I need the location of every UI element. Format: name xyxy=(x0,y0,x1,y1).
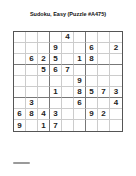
cell-r4c9[interactable] xyxy=(110,65,122,76)
cell-r6c8[interactable]: 7 xyxy=(98,87,110,98)
cell-r8c8[interactable]: 2 xyxy=(98,109,110,120)
cell-r3c3[interactable]: 2 xyxy=(38,54,50,65)
cell-r4c3[interactable]: 5 xyxy=(38,65,50,76)
cell-r9c1[interactable]: 9 xyxy=(14,120,26,131)
cell-r2c8[interactable] xyxy=(98,43,110,54)
cell-r1c7[interactable] xyxy=(86,32,98,43)
cell-r8c2[interactable]: 8 xyxy=(26,109,38,120)
cell-r6c4[interactable]: 1 xyxy=(50,87,62,98)
cell-r7c5[interactable] xyxy=(62,98,74,109)
cell-r1c1[interactable] xyxy=(14,32,26,43)
sudoku-grid: 496262518567918573364684392917 xyxy=(13,31,123,132)
cell-r3c4[interactable]: 5 xyxy=(50,54,62,65)
cell-r2c4[interactable]: 9 xyxy=(50,43,62,54)
cell-r2c9[interactable]: 2 xyxy=(110,43,122,54)
cell-r3c7[interactable]: 8 xyxy=(86,54,98,65)
cell-r9c9[interactable] xyxy=(110,120,122,131)
cell-r8c9[interactable] xyxy=(110,109,122,120)
cell-r8c6[interactable] xyxy=(74,109,86,120)
cell-r7c2[interactable]: 3 xyxy=(26,98,38,109)
cell-r3c5[interactable] xyxy=(62,54,74,65)
sudoku-page: Sudoku, Easy (Puzzle #A475) 496262518567… xyxy=(0,0,136,176)
cell-r1c2[interactable] xyxy=(26,32,38,43)
cell-r7c9[interactable]: 4 xyxy=(110,98,122,109)
cell-r7c3[interactable] xyxy=(38,98,50,109)
cell-r5c7[interactable] xyxy=(86,76,98,87)
cell-r4c2[interactable] xyxy=(26,65,38,76)
cell-r5c2[interactable] xyxy=(26,76,38,87)
cell-r9c8[interactable] xyxy=(98,120,110,131)
cell-r8c1[interactable]: 6 xyxy=(14,109,26,120)
cell-r9c5[interactable] xyxy=(62,120,74,131)
cell-r1c4[interactable] xyxy=(50,32,62,43)
cell-r6c5[interactable] xyxy=(62,87,74,98)
cell-r6c3[interactable] xyxy=(38,87,50,98)
cell-r8c5[interactable] xyxy=(62,109,74,120)
cell-r4c1[interactable] xyxy=(14,65,26,76)
cell-r9c6[interactable] xyxy=(74,120,86,131)
cell-r2c1[interactable] xyxy=(14,43,26,54)
cell-r6c2[interactable] xyxy=(26,87,38,98)
cell-r4c5[interactable]: 7 xyxy=(62,65,74,76)
cell-r2c2[interactable] xyxy=(26,43,38,54)
cell-r8c3[interactable]: 4 xyxy=(38,109,50,120)
footer-fineprint-mark xyxy=(13,162,30,164)
cell-r3c6[interactable]: 1 xyxy=(74,54,86,65)
cell-r5c8[interactable] xyxy=(98,76,110,87)
cell-r2c6[interactable] xyxy=(74,43,86,54)
cell-r3c2[interactable]: 6 xyxy=(26,54,38,65)
cell-r2c5[interactable] xyxy=(62,43,74,54)
cell-r5c4[interactable] xyxy=(50,76,62,87)
cell-r8c7[interactable]: 9 xyxy=(86,109,98,120)
cell-r3c9[interactable] xyxy=(110,54,122,65)
cell-r2c7[interactable]: 6 xyxy=(86,43,98,54)
cell-r1c9[interactable] xyxy=(110,32,122,43)
cell-r4c6[interactable] xyxy=(74,65,86,76)
cell-r9c3[interactable]: 1 xyxy=(38,120,50,131)
cell-r4c4[interactable]: 6 xyxy=(50,65,62,76)
cell-r8c4[interactable]: 3 xyxy=(50,109,62,120)
cell-r7c4[interactable] xyxy=(50,98,62,109)
cell-r7c6[interactable]: 6 xyxy=(74,98,86,109)
cell-r4c7[interactable] xyxy=(86,65,98,76)
cell-r4c8[interactable] xyxy=(98,65,110,76)
cell-r9c7[interactable] xyxy=(86,120,98,131)
cell-r9c4[interactable]: 7 xyxy=(50,120,62,131)
cell-r1c5[interactable]: 4 xyxy=(62,32,74,43)
page-title: Sudoku, Easy (Puzzle #A475) xyxy=(0,11,136,17)
cell-r2c3[interactable] xyxy=(38,43,50,54)
cell-r7c1[interactable] xyxy=(14,98,26,109)
cell-r6c7[interactable]: 5 xyxy=(86,87,98,98)
cell-r9c2[interactable] xyxy=(26,120,38,131)
cell-r1c6[interactable] xyxy=(74,32,86,43)
cell-r7c7[interactable] xyxy=(86,98,98,109)
cell-r5c3[interactable] xyxy=(38,76,50,87)
cell-r6c1[interactable] xyxy=(14,87,26,98)
cell-r3c8[interactable] xyxy=(98,54,110,65)
cell-r5c6[interactable]: 9 xyxy=(74,76,86,87)
cell-r6c6[interactable]: 8 xyxy=(74,87,86,98)
cell-r1c3[interactable] xyxy=(38,32,50,43)
cell-r7c8[interactable] xyxy=(98,98,110,109)
cell-r3c1[interactable] xyxy=(14,54,26,65)
cell-r5c1[interactable] xyxy=(14,76,26,87)
cell-r5c5[interactable] xyxy=(62,76,74,87)
cell-r5c9[interactable] xyxy=(110,76,122,87)
cell-r6c9[interactable]: 3 xyxy=(110,87,122,98)
cell-r1c8[interactable] xyxy=(98,32,110,43)
